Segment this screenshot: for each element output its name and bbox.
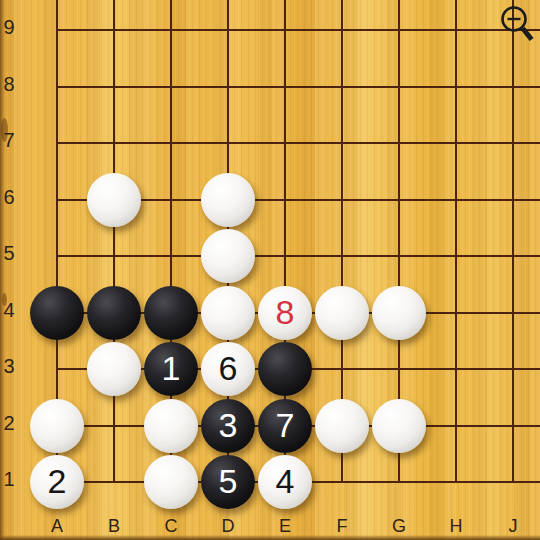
grid-line-col-H (455, 0, 457, 483)
stone-A1-white[interactable]: 2 (30, 455, 84, 509)
move-number-4: 4 (276, 464, 295, 498)
col-label-E: E (273, 516, 297, 536)
stone-C2-white[interactable] (144, 399, 198, 453)
stone-F4-white[interactable] (315, 286, 369, 340)
stone-C3-black[interactable]: 1 (144, 342, 198, 396)
row-label-1: 1 (0, 468, 18, 490)
move-number-6: 6 (219, 351, 238, 385)
stone-C4-black[interactable] (144, 286, 198, 340)
stone-D1-black[interactable]: 5 (201, 455, 255, 509)
move-number-1: 1 (162, 351, 181, 385)
col-label-G: G (387, 516, 411, 536)
stone-C1-white[interactable] (144, 455, 198, 509)
col-label-B: B (102, 516, 126, 536)
col-label-F: F (330, 516, 354, 536)
stone-E3-black[interactable] (258, 342, 312, 396)
stone-A2-white[interactable] (30, 399, 84, 453)
stone-G2-white[interactable] (372, 399, 426, 453)
grid-line-row-8 (56, 86, 540, 88)
stone-D6-white[interactable] (201, 173, 255, 227)
stone-E4-white[interactable]: 8 (258, 286, 312, 340)
stone-D5-white[interactable] (201, 229, 255, 283)
row-label-4: 4 (0, 299, 18, 321)
move-number-7: 7 (276, 408, 295, 442)
row-label-7: 7 (0, 129, 18, 151)
stone-A4-black[interactable] (30, 286, 84, 340)
row-label-8: 8 (0, 73, 18, 95)
grid-line-row-7 (56, 142, 540, 144)
row-label-9: 9 (0, 16, 18, 38)
stone-B4-black[interactable] (87, 286, 141, 340)
col-label-J: J (501, 516, 525, 536)
grid-line-row-9 (56, 29, 540, 31)
stone-D4-white[interactable] (201, 286, 255, 340)
stone-B3-white[interactable] (87, 342, 141, 396)
stone-F2-white[interactable] (315, 399, 369, 453)
zoom-out-icon[interactable] (497, 2, 539, 46)
stone-E1-white[interactable]: 4 (258, 455, 312, 509)
grid-line-row-5 (56, 255, 540, 257)
row-label-3: 3 (0, 355, 18, 377)
move-number-5: 5 (219, 464, 238, 498)
stone-D2-black[interactable]: 3 (201, 399, 255, 453)
move-number-8: 8 (276, 295, 295, 329)
col-label-D: D (216, 516, 240, 536)
grid-line-col-B (113, 0, 115, 483)
stone-D3-white[interactable]: 6 (201, 342, 255, 396)
stone-E2-black[interactable]: 7 (258, 399, 312, 453)
row-label-6: 6 (0, 186, 18, 208)
col-label-A: A (45, 516, 69, 536)
col-label-H: H (444, 516, 468, 536)
move-number-2: 2 (48, 464, 67, 498)
go-board: 987654321ABCDEFGHJ 81637254 (0, 0, 540, 540)
grid-line-col-J (512, 0, 514, 483)
stone-B6-white[interactable] (87, 173, 141, 227)
board-bottom-edge (0, 535, 540, 540)
row-label-5: 5 (0, 242, 18, 264)
col-label-C: C (159, 516, 183, 536)
row-label-2: 2 (0, 412, 18, 434)
stone-G4-white[interactable] (372, 286, 426, 340)
move-number-3: 3 (219, 408, 238, 442)
